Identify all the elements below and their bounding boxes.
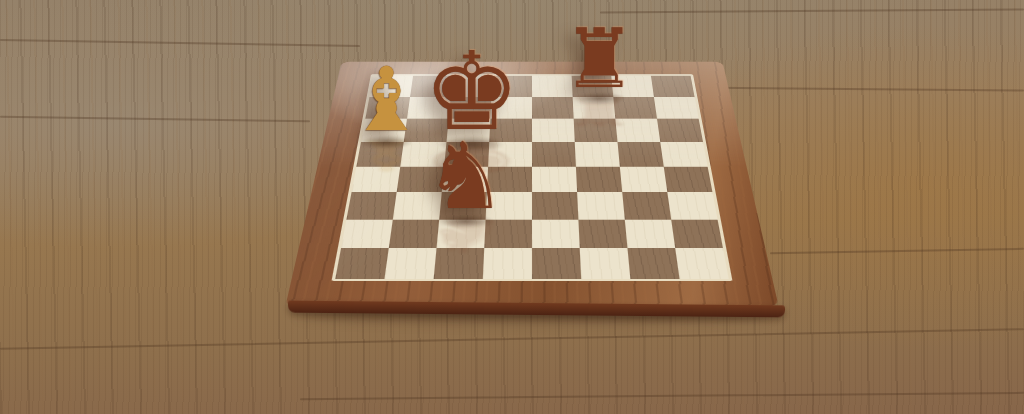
square-f2[interactable] — [578, 219, 627, 248]
square-h5[interactable] — [660, 142, 707, 166]
white-bishop[interactable]: ♝ ♝ — [347, 55, 426, 143]
square-e3[interactable] — [532, 192, 578, 219]
square-e5[interactable] — [532, 142, 576, 166]
piece-contact-shadow — [437, 214, 494, 229]
square-f5[interactable] — [575, 142, 620, 166]
square-g2[interactable] — [625, 219, 675, 248]
square-f4[interactable] — [576, 166, 622, 192]
plank-seam — [600, 9, 1024, 14]
plank-seam — [0, 116, 310, 122]
square-a1[interactable] — [335, 248, 388, 279]
plank-seam — [690, 87, 1024, 92]
square-h8[interactable] — [651, 76, 695, 97]
square-g4[interactable] — [620, 166, 668, 192]
piece-contact-shadow — [574, 92, 625, 105]
square-g5[interactable] — [618, 142, 664, 166]
square-h7[interactable] — [654, 97, 699, 119]
square-e2[interactable] — [532, 219, 580, 248]
piece-contact-shadow — [359, 135, 414, 149]
square-e1[interactable] — [532, 248, 581, 279]
square-e4[interactable] — [532, 166, 577, 192]
square-h1[interactable] — [675, 248, 728, 279]
square-h6[interactable] — [657, 119, 703, 142]
square-g1[interactable] — [627, 248, 679, 279]
black-rook[interactable]: ♜ ♜ — [563, 18, 637, 100]
plank-seam — [0, 39, 360, 47]
square-h4[interactable] — [664, 166, 713, 192]
square-h2[interactable] — [671, 219, 723, 248]
square-f1[interactable] — [580, 248, 631, 279]
black-knight[interactable]: ♞ ♞ — [424, 131, 506, 223]
square-a3[interactable] — [346, 192, 396, 219]
plank-seam — [770, 248, 1024, 254]
plank-seam — [300, 392, 1024, 400]
square-g3[interactable] — [622, 192, 671, 219]
table-surface: ♝ ♝ ♚ ♚ ♜ ♜ ♞ ♞ — [0, 0, 1024, 414]
plank-seam — [0, 328, 1024, 350]
square-h3[interactable] — [667, 192, 717, 219]
square-a2[interactable] — [341, 219, 393, 248]
square-f3[interactable] — [577, 192, 625, 219]
